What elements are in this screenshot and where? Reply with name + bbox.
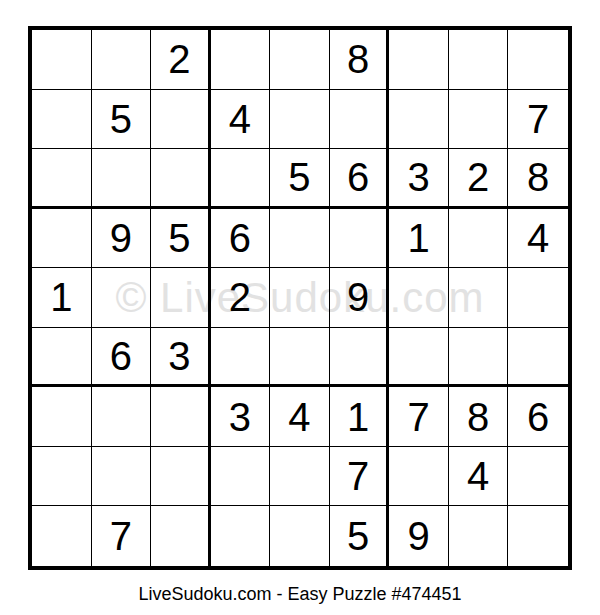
sudoku-cell-r9c9[interactable] xyxy=(508,506,568,566)
sudoku-cell-r5c6[interactable]: 9 xyxy=(330,268,390,328)
sudoku-cell-r1c7[interactable] xyxy=(389,30,449,90)
sudoku-cell-r7c7[interactable]: 7 xyxy=(389,387,449,447)
sudoku-cell-r5c1[interactable]: 1 xyxy=(32,268,92,328)
sudoku-cell-r1c9[interactable] xyxy=(508,30,568,90)
sudoku-cell-r6c9[interactable] xyxy=(508,328,568,388)
sudoku-cell-r4c9[interactable]: 4 xyxy=(508,209,568,269)
sudoku-cell-r4c6[interactable] xyxy=(330,209,390,269)
sudoku-cell-r8c6[interactable]: 7 xyxy=(330,447,390,507)
sudoku-cell-r7c9[interactable]: 6 xyxy=(508,387,568,447)
sudoku-cell-r5c4[interactable]: 2 xyxy=(211,268,271,328)
sudoku-cell-r1c4[interactable] xyxy=(211,30,271,90)
sudoku-cell-r7c1[interactable] xyxy=(32,387,92,447)
sudoku-cell-r2c8[interactable] xyxy=(449,90,509,150)
sudoku-cell-r3c5[interactable]: 5 xyxy=(270,149,330,209)
sudoku-cell-r5c8[interactable] xyxy=(449,268,509,328)
sudoku-cell-r3c1[interactable] xyxy=(32,149,92,209)
sudoku-board: © LiveSudoku.com 28547563289561412963341… xyxy=(28,26,572,570)
sudoku-cell-r8c4[interactable] xyxy=(211,447,271,507)
sudoku-cell-r3c4[interactable] xyxy=(211,149,271,209)
sudoku-cell-r6c8[interactable] xyxy=(449,328,509,388)
sudoku-cell-r3c9[interactable]: 8 xyxy=(508,149,568,209)
sudoku-cell-r9c3[interactable] xyxy=(151,506,211,566)
sudoku-cell-r7c2[interactable] xyxy=(92,387,152,447)
sudoku-cell-r7c8[interactable]: 8 xyxy=(449,387,509,447)
sudoku-cell-r6c1[interactable] xyxy=(32,328,92,388)
sudoku-cell-r8c3[interactable] xyxy=(151,447,211,507)
sudoku-cell-r4c5[interactable] xyxy=(270,209,330,269)
sudoku-cell-r6c4[interactable] xyxy=(211,328,271,388)
sudoku-cell-r3c7[interactable]: 3 xyxy=(389,149,449,209)
sudoku-cell-r6c2[interactable]: 6 xyxy=(92,328,152,388)
sudoku-cell-r3c6[interactable]: 6 xyxy=(330,149,390,209)
sudoku-cell-r2c6[interactable] xyxy=(330,90,390,150)
sudoku-cell-r2c9[interactable]: 7 xyxy=(508,90,568,150)
sudoku-cell-r7c3[interactable] xyxy=(151,387,211,447)
sudoku-cell-r9c7[interactable]: 9 xyxy=(389,506,449,566)
sudoku-cell-r6c7[interactable] xyxy=(389,328,449,388)
sudoku-cell-r5c5[interactable] xyxy=(270,268,330,328)
sudoku-cell-r1c8[interactable] xyxy=(449,30,509,90)
sudoku-cell-r8c1[interactable] xyxy=(32,447,92,507)
sudoku-cell-r6c6[interactable] xyxy=(330,328,390,388)
sudoku-cell-r5c3[interactable] xyxy=(151,268,211,328)
sudoku-cell-r2c1[interactable] xyxy=(32,90,92,150)
sudoku-cell-r1c3[interactable]: 2 xyxy=(151,30,211,90)
sudoku-cell-r9c8[interactable] xyxy=(449,506,509,566)
sudoku-cell-r5c7[interactable] xyxy=(389,268,449,328)
sudoku-cell-r1c2[interactable] xyxy=(92,30,152,90)
sudoku-cell-r4c3[interactable]: 5 xyxy=(151,209,211,269)
sudoku-cell-r3c2[interactable] xyxy=(92,149,152,209)
sudoku-cell-r7c4[interactable]: 3 xyxy=(211,387,271,447)
sudoku-grid: 2854756328956141296334178674759 xyxy=(32,30,568,566)
sudoku-cell-r2c7[interactable] xyxy=(389,90,449,150)
sudoku-cell-r5c2[interactable] xyxy=(92,268,152,328)
sudoku-cell-r1c1[interactable] xyxy=(32,30,92,90)
sudoku-cell-r2c2[interactable]: 5 xyxy=(92,90,152,150)
sudoku-cell-r4c7[interactable]: 1 xyxy=(389,209,449,269)
sudoku-cell-r9c6[interactable]: 5 xyxy=(330,506,390,566)
sudoku-cell-r8c5[interactable] xyxy=(270,447,330,507)
sudoku-cell-r3c3[interactable] xyxy=(151,149,211,209)
sudoku-cell-r2c4[interactable]: 4 xyxy=(211,90,271,150)
sudoku-cell-r5c9[interactable] xyxy=(508,268,568,328)
sudoku-cell-r9c4[interactable] xyxy=(211,506,271,566)
sudoku-cell-r4c8[interactable] xyxy=(449,209,509,269)
puzzle-caption: LiveSudoku.com - Easy Puzzle #474451 xyxy=(0,584,600,605)
sudoku-cell-r9c1[interactable] xyxy=(32,506,92,566)
sudoku-cell-r8c2[interactable] xyxy=(92,447,152,507)
sudoku-cell-r6c3[interactable]: 3 xyxy=(151,328,211,388)
sudoku-cell-r7c6[interactable]: 1 xyxy=(330,387,390,447)
sudoku-cell-r2c3[interactable] xyxy=(151,90,211,150)
sudoku-cell-r8c8[interactable]: 4 xyxy=(449,447,509,507)
sudoku-cell-r3c8[interactable]: 2 xyxy=(449,149,509,209)
sudoku-cell-r1c5[interactable] xyxy=(270,30,330,90)
sudoku-cell-r7c5[interactable]: 4 xyxy=(270,387,330,447)
sudoku-cell-r8c7[interactable] xyxy=(389,447,449,507)
sudoku-cell-r9c5[interactable] xyxy=(270,506,330,566)
sudoku-cell-r2c5[interactable] xyxy=(270,90,330,150)
sudoku-cell-r1c6[interactable]: 8 xyxy=(330,30,390,90)
sudoku-cell-r8c9[interactable] xyxy=(508,447,568,507)
sudoku-cell-r4c1[interactable] xyxy=(32,209,92,269)
sudoku-cell-r9c2[interactable]: 7 xyxy=(92,506,152,566)
sudoku-cell-r4c2[interactable]: 9 xyxy=(92,209,152,269)
sudoku-cell-r6c5[interactable] xyxy=(270,328,330,388)
sudoku-cell-r4c4[interactable]: 6 xyxy=(211,209,271,269)
